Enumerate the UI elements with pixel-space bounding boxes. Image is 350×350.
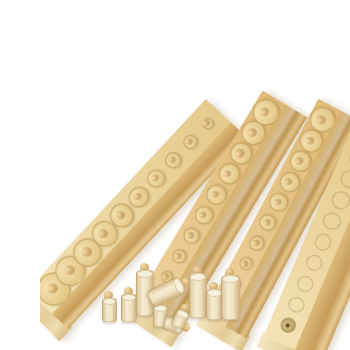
loose-knobbed-cylinder [221, 268, 238, 320]
cylinder-body [189, 273, 207, 318]
loose-knobbed-cylinder [206, 282, 221, 320]
empty-socket [312, 231, 334, 253]
cylinder-body [121, 294, 137, 322]
empty-socket [321, 210, 344, 233]
cylinder-body [221, 275, 240, 320]
loose-knobbed-cylinder [102, 291, 115, 322]
empty-socket [329, 189, 350, 212]
cylinder-top-face [122, 294, 136, 301]
loose-knobbed-cylinder [121, 287, 135, 322]
cylinder-top-face [190, 273, 206, 281]
cylinder-top-face [207, 289, 222, 297]
cylinder-top-face [222, 275, 239, 283]
cylinder-body [102, 298, 117, 322]
empty-socket [346, 146, 350, 170]
socket-bottom-dot [285, 323, 290, 328]
cylinder-top-face [137, 270, 153, 278]
cylinder-top-face [103, 298, 116, 305]
empty-socket [295, 273, 316, 294]
empty-socket [304, 252, 325, 273]
loose-knobbed-cylinder [189, 266, 205, 318]
scene: Product photo: four light wooden Montess… [40, 16, 350, 350]
empty-socket [286, 295, 306, 315]
image-caption: Product photo: four light wooden Montess… [40, 16, 41, 17]
empty-socket [338, 168, 350, 192]
empty-socket [278, 316, 298, 336]
